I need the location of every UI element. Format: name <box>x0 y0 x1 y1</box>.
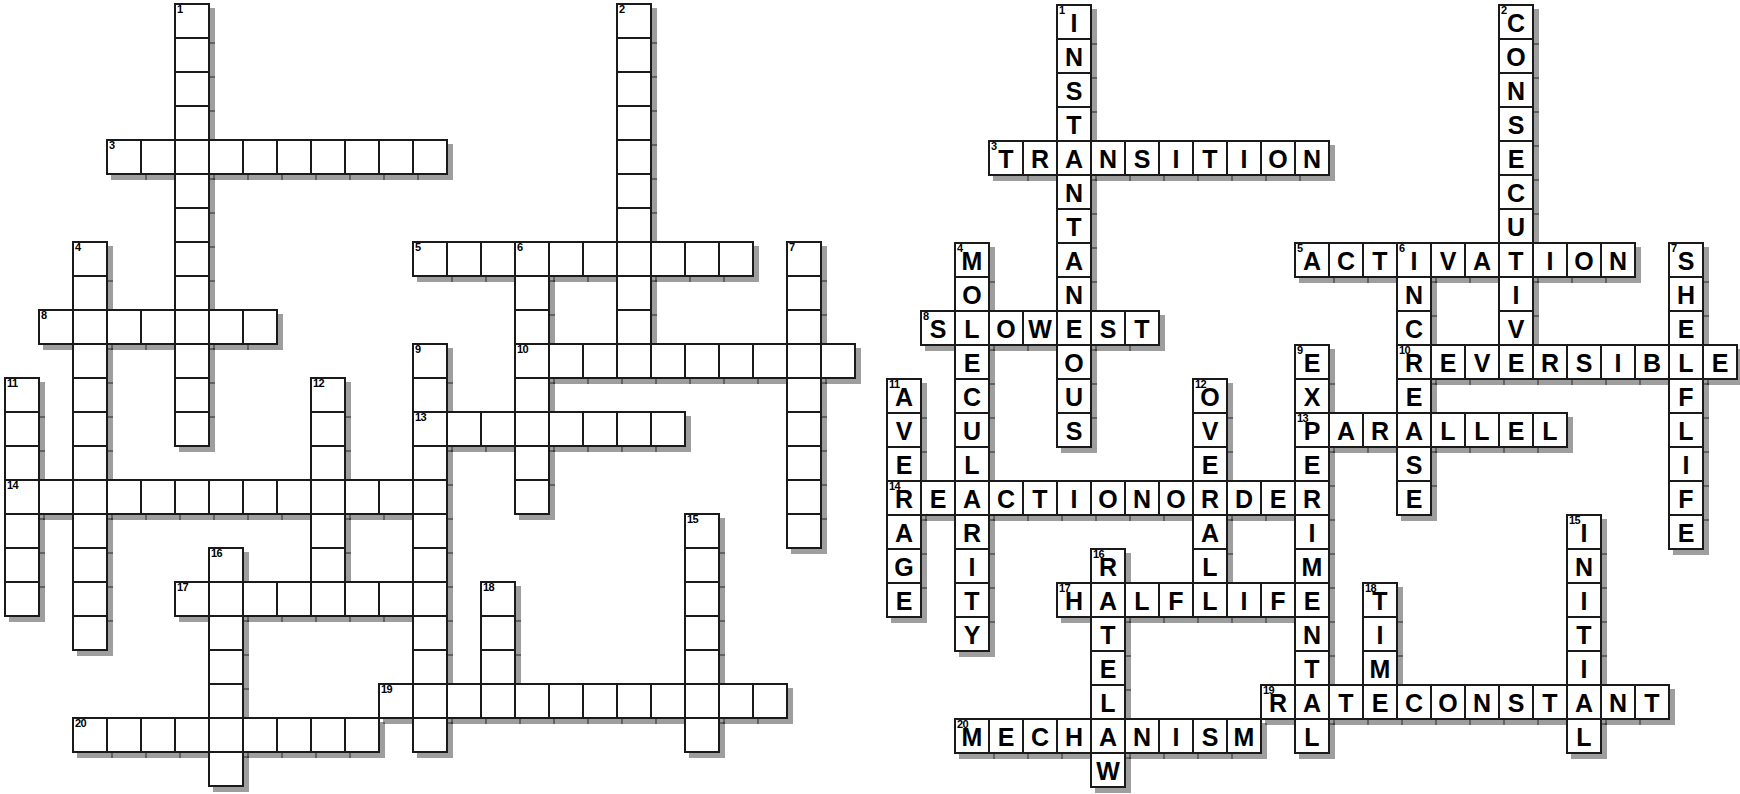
cell-r15c0[interactable]: A <box>886 514 922 550</box>
cell-r21c3[interactable]: E <box>988 718 1024 754</box>
cell-r17c6[interactable]: A <box>1090 582 1126 618</box>
cell-r0c5[interactable]: 1 <box>174 3 210 39</box>
cell-r14c7[interactable] <box>242 479 278 515</box>
cell-r17c9[interactable] <box>310 581 346 617</box>
cell-r8c18[interactable]: I <box>1498 276 1534 312</box>
cell-r4c8[interactable]: I <box>1158 140 1194 176</box>
cell-r20c15[interactable]: C <box>1396 684 1432 720</box>
cell-r21c2[interactable]: 20 <box>72 717 108 753</box>
cell-r0c18[interactable]: 2 <box>616 3 652 39</box>
cell-r7c12[interactable]: 5 <box>412 241 448 277</box>
cell-r13c2[interactable]: L <box>954 446 990 482</box>
cell-r1c5[interactable]: N <box>1056 38 1092 74</box>
cell-r10c22[interactable] <box>752 343 788 379</box>
cell-r9c15[interactable] <box>514 309 550 345</box>
cell-r21c5[interactable] <box>174 717 210 753</box>
cell-r4c3[interactable]: 3 <box>106 139 142 175</box>
cell-r15c23[interactable] <box>786 513 822 549</box>
cell-r3c5[interactable] <box>174 105 210 141</box>
cell-r10c19[interactable]: R <box>1532 344 1568 380</box>
cell-r0c18[interactable]: 2C <box>1498 4 1534 40</box>
cell-r20c21[interactable] <box>718 683 754 719</box>
cell-r20c17[interactable] <box>582 683 618 719</box>
cell-r14c4[interactable]: T <box>1022 480 1058 516</box>
cell-r16c0[interactable] <box>4 547 40 583</box>
cell-r12c17[interactable]: L <box>1464 412 1500 448</box>
cell-r10c12[interactable]: 9E <box>1294 344 1330 380</box>
cell-r17c6[interactable] <box>208 581 244 617</box>
cell-r9c6[interactable]: S <box>1090 310 1126 346</box>
cell-r6c5[interactable] <box>174 207 210 243</box>
cell-r18c2[interactable]: Y <box>954 616 990 652</box>
cell-r7c23[interactable]: 7S <box>1668 242 1704 278</box>
cell-r3c5[interactable]: T <box>1056 106 1092 142</box>
cell-r17c20[interactable] <box>684 581 720 617</box>
cell-r11c9[interactable]: 12O <box>1192 378 1228 414</box>
cell-r14c4[interactable] <box>140 479 176 515</box>
cell-r16c6[interactable]: 16 <box>208 547 244 583</box>
cell-r8c15[interactable]: N <box>1396 276 1432 312</box>
cell-r10c20[interactable]: S <box>1566 344 1602 380</box>
cell-r14c5[interactable]: I <box>1056 480 1092 516</box>
cell-r4c10[interactable]: I <box>1226 140 1262 176</box>
cell-r17c8[interactable]: F <box>1158 582 1194 618</box>
cell-r19c6[interactable] <box>208 649 244 685</box>
cell-r7c5[interactable] <box>174 241 210 277</box>
cell-r21c4[interactable]: C <box>1022 718 1058 754</box>
cell-r10c18[interactable]: E <box>1498 344 1534 380</box>
cell-r20c21[interactable]: N <box>1600 684 1636 720</box>
cell-r15c20[interactable]: 15I <box>1566 514 1602 550</box>
cell-r7c21[interactable]: N <box>1600 242 1636 278</box>
cell-r4c4[interactable] <box>140 139 176 175</box>
cell-r12c19[interactable]: L <box>1532 412 1568 448</box>
cell-r1c18[interactable] <box>616 37 652 73</box>
cell-r7c14[interactable]: T <box>1362 242 1398 278</box>
cell-r6c5[interactable]: T <box>1056 208 1092 244</box>
cell-r21c6[interactable] <box>208 717 244 753</box>
cell-r10c17[interactable] <box>582 343 618 379</box>
cell-r2c5[interactable] <box>174 71 210 107</box>
cell-r20c13[interactable] <box>446 683 482 719</box>
cell-r17c9[interactable]: L <box>1192 582 1228 618</box>
cell-r16c12[interactable]: M <box>1294 548 1330 584</box>
cell-r3c18[interactable]: S <box>1498 106 1534 142</box>
cell-r17c14[interactable]: 18T <box>1362 582 1398 618</box>
cell-r9c1[interactable]: 8S <box>920 310 956 346</box>
cell-r14c1[interactable]: E <box>920 480 956 516</box>
cell-r14c2[interactable]: A <box>954 480 990 516</box>
cell-r15c12[interactable]: I <box>1294 514 1330 550</box>
cell-r4c5[interactable]: A <box>1056 140 1092 176</box>
cell-r12c13[interactable] <box>446 411 482 447</box>
cell-r17c5[interactable]: 17 <box>174 581 210 617</box>
cell-r13c9[interactable]: E <box>1192 446 1228 482</box>
cell-r20c20[interactable] <box>684 683 720 719</box>
cell-r4c9[interactable] <box>310 139 346 175</box>
cell-r4c4[interactable]: R <box>1022 140 1058 176</box>
cell-r14c1[interactable] <box>38 479 74 515</box>
cell-r12c23[interactable]: L <box>1668 412 1704 448</box>
cell-r12c18[interactable] <box>616 411 652 447</box>
cell-r13c9[interactable] <box>310 445 346 481</box>
cell-r17c10[interactable]: I <box>1226 582 1262 618</box>
cell-r10c12[interactable]: 9 <box>412 343 448 379</box>
cell-r11c0[interactable]: 11 <box>4 377 40 413</box>
cell-r6c18[interactable]: U <box>1498 208 1534 244</box>
cell-r10c5[interactable] <box>174 343 210 379</box>
cell-r22c6[interactable] <box>208 751 244 787</box>
cell-r16c9[interactable] <box>310 547 346 583</box>
cell-r12c12[interactable]: 13P <box>1294 412 1330 448</box>
cell-r11c15[interactable] <box>514 377 550 413</box>
cell-r17c7[interactable] <box>242 581 278 617</box>
cell-r10c15[interactable]: 10 <box>514 343 550 379</box>
cell-r7c18[interactable] <box>616 241 652 277</box>
cell-r10c19[interactable] <box>650 343 686 379</box>
cell-r7c12[interactable]: 5A <box>1294 242 1330 278</box>
cell-r14c5[interactable] <box>174 479 210 515</box>
cell-r14c15[interactable] <box>514 479 550 515</box>
cell-r9c23[interactable]: E <box>1668 310 1704 346</box>
cell-r16c20[interactable]: N <box>1566 548 1602 584</box>
cell-r21c7[interactable] <box>242 717 278 753</box>
cell-r8c18[interactable] <box>616 275 652 311</box>
cell-r20c15[interactable] <box>514 683 550 719</box>
cell-r7c16[interactable] <box>548 241 584 277</box>
cell-r21c4[interactable] <box>140 717 176 753</box>
cell-r7c21[interactable] <box>718 241 754 277</box>
cell-r7c16[interactable]: V <box>1430 242 1466 278</box>
cell-r17c12[interactable] <box>412 581 448 617</box>
cell-r4c7[interactable]: S <box>1124 140 1160 176</box>
cell-r19c14[interactable] <box>480 649 516 685</box>
cell-r12c2[interactable] <box>72 411 108 447</box>
cell-r8c23[interactable] <box>786 275 822 311</box>
cell-r20c19[interactable]: T <box>1532 684 1568 720</box>
cell-r12c14[interactable] <box>480 411 516 447</box>
cell-r11c5[interactable] <box>174 377 210 413</box>
cell-r17c2[interactable] <box>72 581 108 617</box>
cell-r17c0[interactable]: E <box>886 582 922 618</box>
cell-r21c12[interactable]: L <box>1294 718 1330 754</box>
cell-r10c21[interactable] <box>718 343 754 379</box>
cell-r4c18[interactable] <box>616 139 652 175</box>
cell-r18c6[interactable]: T <box>1090 616 1126 652</box>
cell-r17c20[interactable]: I <box>1566 582 1602 618</box>
cell-r16c0[interactable]: G <box>886 548 922 584</box>
cell-r5c18[interactable] <box>616 173 652 209</box>
cell-r10c21[interactable]: I <box>1600 344 1636 380</box>
cell-r4c7[interactable] <box>242 139 278 175</box>
cell-r21c5[interactable]: H <box>1056 718 1092 754</box>
cell-r7c2[interactable]: 4 <box>72 241 108 277</box>
cell-r10c15[interactable]: 10R <box>1396 344 1432 380</box>
cell-r17c0[interactable] <box>4 581 40 617</box>
cell-r14c2[interactable] <box>72 479 108 515</box>
cell-r13c0[interactable] <box>4 445 40 481</box>
cell-r9c7[interactable]: T <box>1124 310 1160 346</box>
cell-r11c23[interactable]: F <box>1668 378 1704 414</box>
cell-r20c6[interactable] <box>208 683 244 719</box>
cell-r14c0[interactable]: 14 <box>4 479 40 515</box>
cell-r10c24[interactable]: E <box>1702 344 1738 380</box>
cell-r12c16[interactable] <box>548 411 584 447</box>
cell-r12c14[interactable]: R <box>1362 412 1398 448</box>
cell-r9c1[interactable]: 8 <box>38 309 74 345</box>
cell-r4c11[interactable] <box>378 139 414 175</box>
cell-r10c17[interactable]: V <box>1464 344 1500 380</box>
cell-r15c0[interactable] <box>4 513 40 549</box>
cell-r9c2[interactable] <box>72 309 108 345</box>
cell-r12c18[interactable]: E <box>1498 412 1534 448</box>
cell-r9c18[interactable] <box>616 309 652 345</box>
cell-r18c20[interactable]: T <box>1566 616 1602 652</box>
cell-r18c14[interactable] <box>480 615 516 651</box>
cell-r19c20[interactable] <box>684 649 720 685</box>
cell-r12c9[interactable]: V <box>1192 412 1228 448</box>
cell-r16c9[interactable]: L <box>1192 548 1228 584</box>
cell-r21c9[interactable]: S <box>1192 718 1228 754</box>
cell-r14c9[interactable] <box>310 479 346 515</box>
cell-r17c8[interactable] <box>276 581 312 617</box>
cell-r7c17[interactable]: A <box>1464 242 1500 278</box>
cell-r7c5[interactable]: A <box>1056 242 1092 278</box>
cell-r19c14[interactable]: M <box>1362 650 1398 686</box>
cell-r1c18[interactable]: O <box>1498 38 1534 74</box>
cell-r21c3[interactable] <box>106 717 142 753</box>
cell-r8c23[interactable]: H <box>1668 276 1704 312</box>
cell-r17c11[interactable] <box>378 581 414 617</box>
cell-r11c0[interactable]: 11A <box>886 378 922 414</box>
cell-r20c18[interactable] <box>616 683 652 719</box>
cell-r12c0[interactable]: V <box>886 412 922 448</box>
cell-r11c12[interactable] <box>412 377 448 413</box>
cell-r21c20[interactable]: L <box>1566 718 1602 754</box>
cell-r8c5[interactable] <box>174 275 210 311</box>
cell-r18c6[interactable] <box>208 615 244 651</box>
cell-r20c20[interactable]: A <box>1566 684 1602 720</box>
cell-r8c2[interactable] <box>72 275 108 311</box>
cell-r17c7[interactable]: L <box>1124 582 1160 618</box>
cell-r13c2[interactable] <box>72 445 108 481</box>
cell-r10c23[interactable] <box>786 343 822 379</box>
cell-r9c6[interactable] <box>208 309 244 345</box>
cell-r2c18[interactable] <box>616 71 652 107</box>
cell-r5c5[interactable] <box>174 173 210 209</box>
cell-r4c6[interactable] <box>208 139 244 175</box>
cell-r14c9[interactable]: R <box>1192 480 1228 516</box>
cell-r22c6[interactable]: W <box>1090 752 1126 788</box>
cell-r21c2[interactable]: 20M <box>954 718 990 754</box>
cell-r12c9[interactable] <box>310 411 346 447</box>
cell-r19c12[interactable] <box>412 649 448 685</box>
cell-r12c5[interactable] <box>174 411 210 447</box>
cell-r14c7[interactable]: N <box>1124 480 1160 516</box>
cell-r20c11[interactable]: 19R <box>1260 684 1296 720</box>
cell-r21c12[interactable] <box>412 717 448 753</box>
cell-r12c19[interactable] <box>650 411 686 447</box>
cell-r10c22[interactable]: B <box>1634 344 1670 380</box>
cell-r21c8[interactable]: I <box>1158 718 1194 754</box>
cell-r7c15[interactable]: 6I <box>1396 242 1432 278</box>
cell-r20c13[interactable]: T <box>1328 684 1364 720</box>
cell-r4c12[interactable]: N <box>1294 140 1330 176</box>
cell-r10c18[interactable] <box>616 343 652 379</box>
cell-r21c10[interactable] <box>344 717 380 753</box>
cell-r9c5[interactable] <box>174 309 210 345</box>
cell-r9c3[interactable]: O <box>988 310 1024 346</box>
cell-r4c6[interactable]: N <box>1090 140 1126 176</box>
cell-r18c20[interactable] <box>684 615 720 651</box>
cell-r11c12[interactable]: X <box>1294 378 1330 414</box>
cell-r12c2[interactable]: U <box>954 412 990 448</box>
cell-r19c20[interactable]: I <box>1566 650 1602 686</box>
cell-r11c15[interactable]: E <box>1396 378 1432 414</box>
cell-r15c9[interactable]: A <box>1192 514 1228 550</box>
cell-r7c2[interactable]: 4M <box>954 242 990 278</box>
cell-r7c14[interactable] <box>480 241 516 277</box>
cell-r15c20[interactable]: 15 <box>684 513 720 549</box>
cell-r14c10[interactable] <box>344 479 380 515</box>
cell-r14c3[interactable]: C <box>988 480 1024 516</box>
cell-r7c23[interactable]: 7 <box>786 241 822 277</box>
cell-r5c18[interactable]: C <box>1498 174 1534 210</box>
cell-r4c10[interactable] <box>344 139 380 175</box>
cell-r8c15[interactable] <box>514 275 550 311</box>
cell-r15c12[interactable] <box>412 513 448 549</box>
cell-r14c12[interactable] <box>412 479 448 515</box>
cell-r7c13[interactable] <box>446 241 482 277</box>
cell-r20c22[interactable] <box>752 683 788 719</box>
cell-r9c5[interactable]: E <box>1056 310 1092 346</box>
cell-r13c15[interactable] <box>514 445 550 481</box>
cell-r4c12[interactable] <box>412 139 448 175</box>
cell-r21c10[interactable]: M <box>1226 718 1262 754</box>
cell-r4c18[interactable]: E <box>1498 140 1534 176</box>
cell-r20c19[interactable] <box>650 683 686 719</box>
cell-r4c3[interactable]: 3T <box>988 140 1024 176</box>
cell-r4c9[interactable]: T <box>1192 140 1228 176</box>
cell-r15c2[interactable] <box>72 513 108 549</box>
cell-r0c5[interactable]: 1I <box>1056 4 1092 40</box>
cell-r14c23[interactable] <box>786 479 822 515</box>
cell-r7c15[interactable]: 6 <box>514 241 550 277</box>
cell-r15c2[interactable]: R <box>954 514 990 550</box>
cell-r14c3[interactable] <box>106 479 142 515</box>
cell-r12c15[interactable]: A <box>1396 412 1432 448</box>
cell-r10c16[interactable] <box>548 343 584 379</box>
cell-r9c3[interactable] <box>106 309 142 345</box>
cell-r21c6[interactable]: A <box>1090 718 1126 754</box>
cell-r10c5[interactable]: O <box>1056 344 1092 380</box>
cell-r12c0[interactable] <box>4 411 40 447</box>
cell-r16c2[interactable]: I <box>954 548 990 584</box>
cell-r17c11[interactable]: F <box>1260 582 1296 618</box>
cell-r21c7[interactable]: N <box>1124 718 1160 754</box>
cell-r12c5[interactable]: S <box>1056 412 1092 448</box>
cell-r2c5[interactable]: S <box>1056 72 1092 108</box>
cell-r6c18[interactable] <box>616 207 652 243</box>
cell-r15c23[interactable]: E <box>1668 514 1704 550</box>
cell-r10c2[interactable]: E <box>954 344 990 380</box>
cell-r14c11[interactable] <box>378 479 414 515</box>
cell-r8c5[interactable]: N <box>1056 276 1092 312</box>
cell-r19c12[interactable]: T <box>1294 650 1330 686</box>
cell-r11c2[interactable]: C <box>954 378 990 414</box>
cell-r12c23[interactable] <box>786 411 822 447</box>
cell-r18c12[interactable] <box>412 615 448 651</box>
cell-r13c0[interactable]: E <box>886 446 922 482</box>
cell-r14c0[interactable]: 14R <box>886 480 922 516</box>
cell-r20c6[interactable]: L <box>1090 684 1126 720</box>
cell-r17c5[interactable]: 17H <box>1056 582 1092 618</box>
cell-r10c20[interactable] <box>684 343 720 379</box>
cell-r2c18[interactable]: N <box>1498 72 1534 108</box>
cell-r4c5[interactable] <box>174 139 210 175</box>
cell-r7c20[interactable] <box>684 241 720 277</box>
cell-r7c13[interactable]: C <box>1328 242 1364 278</box>
cell-r14c6[interactable]: O <box>1090 480 1126 516</box>
cell-r14c11[interactable]: E <box>1260 480 1296 516</box>
cell-r20c12[interactable] <box>412 683 448 719</box>
cell-r15c9[interactable] <box>310 513 346 549</box>
cell-r20c16[interactable]: O <box>1430 684 1466 720</box>
cell-r20c14[interactable] <box>480 683 516 719</box>
cell-r7c19[interactable]: I <box>1532 242 1568 278</box>
cell-r16c12[interactable] <box>412 547 448 583</box>
cell-r4c11[interactable]: O <box>1260 140 1296 176</box>
cell-r11c23[interactable] <box>786 377 822 413</box>
cell-r14c6[interactable] <box>208 479 244 515</box>
cell-r13c23[interactable]: I <box>1668 446 1704 482</box>
cell-r9c15[interactable]: C <box>1396 310 1432 346</box>
cell-r13c12[interactable] <box>412 445 448 481</box>
cell-r16c20[interactable] <box>684 547 720 583</box>
cell-r10c23[interactable]: L <box>1668 344 1704 380</box>
cell-r17c14[interactable]: 18 <box>480 581 516 617</box>
cell-r11c5[interactable]: U <box>1056 378 1092 414</box>
cell-r18c14[interactable]: I <box>1362 616 1398 652</box>
cell-r20c12[interactable]: A <box>1294 684 1330 720</box>
cell-r13c23[interactable] <box>786 445 822 481</box>
cell-r14c8[interactable] <box>276 479 312 515</box>
cell-r20c16[interactable] <box>548 683 584 719</box>
cell-r14c8[interactable]: O <box>1158 480 1194 516</box>
cell-r7c20[interactable]: O <box>1566 242 1602 278</box>
cell-r18c2[interactable] <box>72 615 108 651</box>
cell-r13c12[interactable]: E <box>1294 446 1330 482</box>
cell-r9c7[interactable] <box>242 309 278 345</box>
cell-r7c17[interactable] <box>582 241 618 277</box>
cell-r10c2[interactable] <box>72 343 108 379</box>
cell-r9c4[interactable] <box>140 309 176 345</box>
cell-r12c15[interactable] <box>514 411 550 447</box>
cell-r17c12[interactable]: E <box>1294 582 1330 618</box>
cell-r1c5[interactable] <box>174 37 210 73</box>
cell-r7c19[interactable] <box>650 241 686 277</box>
cell-r14c15[interactable]: E <box>1396 480 1432 516</box>
cell-r9c4[interactable]: W <box>1022 310 1058 346</box>
cell-r14c12[interactable]: R <box>1294 480 1330 516</box>
cell-r11c9[interactable]: 12 <box>310 377 346 413</box>
cell-r12c16[interactable]: L <box>1430 412 1466 448</box>
cell-r17c2[interactable]: T <box>954 582 990 618</box>
cell-r14c23[interactable]: F <box>1668 480 1704 516</box>
cell-r4c8[interactable] <box>276 139 312 175</box>
cell-r21c20[interactable] <box>684 717 720 753</box>
cell-r19c6[interactable]: E <box>1090 650 1126 686</box>
